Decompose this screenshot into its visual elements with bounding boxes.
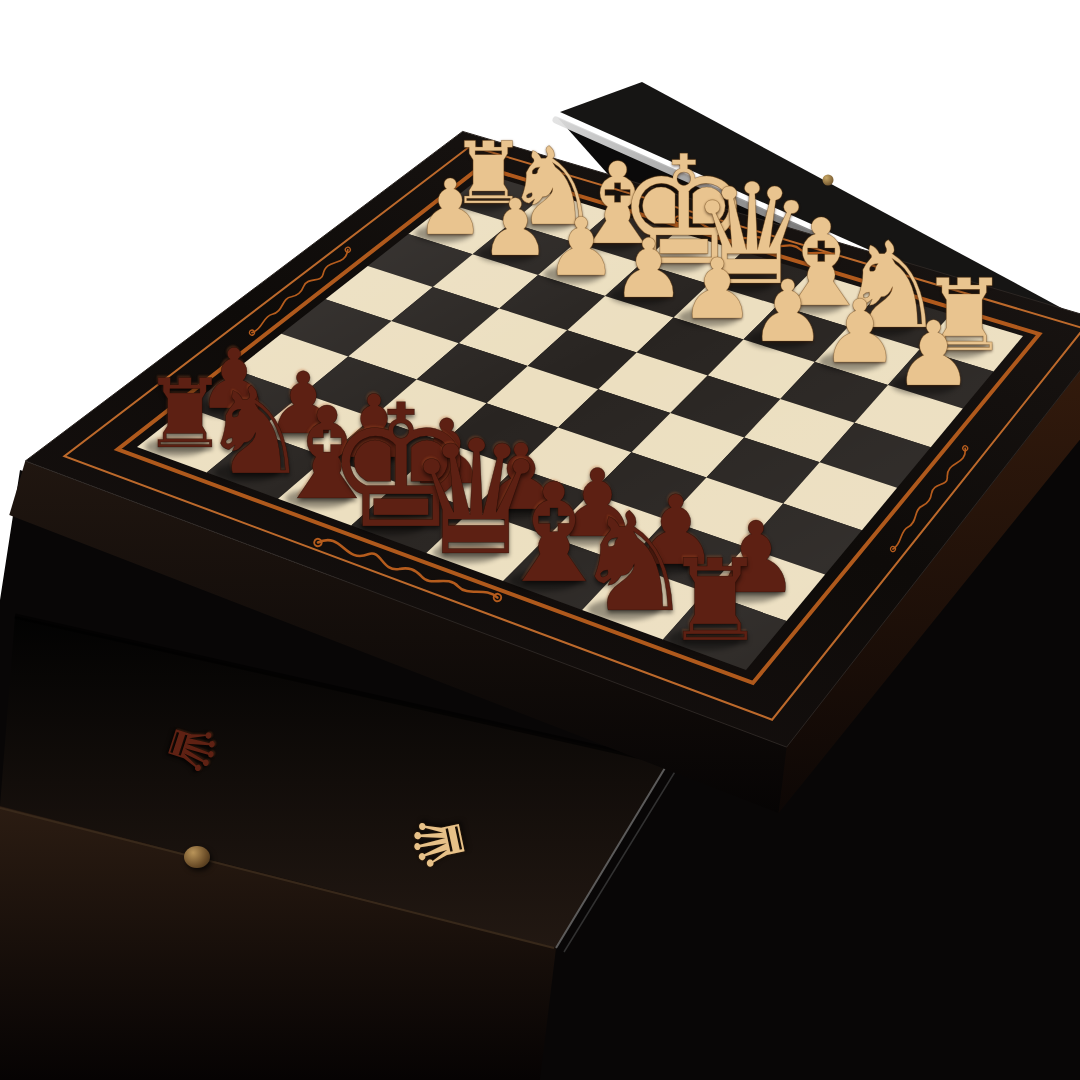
hinge-pin [823, 175, 834, 186]
piece-white-pawn-d2[interactable]: ♟ [680, 248, 755, 332]
drawer-knob[interactable] [184, 846, 210, 868]
piece-white-pawn-a2[interactable]: ♟ [893, 310, 973, 399]
piece-white-pawn-c2[interactable]: ♟ [750, 268, 827, 353]
piece-white-pawn-h2[interactable]: ♟ [416, 170, 485, 247]
piece-white-pawn-e2[interactable]: ♟ [612, 228, 685, 310]
piece-black-rook-a8[interactable]: ♜ [664, 544, 766, 658]
chess-set-photo: ♜♞♟♝♟♚♟♛♟♝♟♞♟♜♟♟♟♟♜♟♞♟♝♟♚♟♛♟♝♟♞♜ ♛♛ [0, 0, 1080, 1080]
piece-white-pawn-b2[interactable]: ♟ [821, 289, 899, 376]
piece-white-pawn-f2[interactable]: ♟ [545, 208, 617, 288]
piece-white-pawn-g2[interactable]: ♟ [480, 189, 550, 267]
